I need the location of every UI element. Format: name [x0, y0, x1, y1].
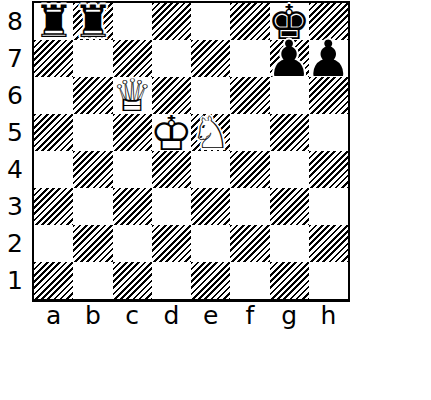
- file-label-g: g: [270, 302, 309, 328]
- square-e8: [191, 3, 230, 40]
- white-king: ♚♔: [152, 114, 191, 151]
- square-f4: [230, 151, 269, 188]
- file-label-c: c: [113, 302, 152, 328]
- square-e4: [191, 151, 230, 188]
- square-e5: ♞♘: [191, 114, 230, 151]
- square-h4: [309, 151, 348, 188]
- rank-label-6: 6: [0, 77, 30, 114]
- square-b3: [73, 188, 112, 225]
- black-pawn-glyph: ♟: [270, 40, 309, 77]
- file-label-f: f: [230, 302, 269, 328]
- square-a5: [34, 114, 73, 151]
- square-a6: [34, 77, 73, 114]
- square-a2: [34, 225, 73, 262]
- square-c6: ♛♕: [113, 77, 152, 114]
- square-b8: ♜: [73, 3, 112, 40]
- chess-board: ♜♜♚♟♟♛♕♚♔♞♘: [32, 1, 350, 302]
- square-g1: [270, 262, 309, 299]
- black-pawn: ♟: [309, 40, 348, 77]
- square-a7: [34, 40, 73, 77]
- square-h8: [309, 3, 348, 40]
- square-h7: ♟: [309, 40, 348, 77]
- file-label-d: d: [152, 302, 191, 328]
- square-f2: [230, 225, 269, 262]
- square-c3: [113, 188, 152, 225]
- square-b6: [73, 77, 112, 114]
- square-d4: [152, 151, 191, 188]
- square-d1: [152, 262, 191, 299]
- white-knight-glyph: ♞: [191, 114, 230, 151]
- file-label-a: a: [34, 302, 73, 328]
- file-label-h: h: [309, 302, 348, 328]
- rank-labels: 87654321: [0, 3, 30, 299]
- white-knight-glyph: ♘: [191, 114, 230, 151]
- square-d6: [152, 77, 191, 114]
- rank-label-2: 2: [0, 225, 30, 262]
- chess-diagram: ♜♜♚♟♟♛♕♚♔♞♘ 87654321 abcdefgh: [0, 0, 431, 400]
- square-d2: [152, 225, 191, 262]
- square-a4: [34, 151, 73, 188]
- square-c8: [113, 3, 152, 40]
- square-h1: [309, 262, 348, 299]
- square-a8: ♜: [34, 3, 73, 40]
- square-c1: [113, 262, 152, 299]
- square-c4: [113, 151, 152, 188]
- white-queen-glyph: ♛: [113, 77, 152, 114]
- square-a3: [34, 188, 73, 225]
- square-g3: [270, 188, 309, 225]
- square-e1: [191, 262, 230, 299]
- white-king-glyph: ♚: [152, 114, 191, 151]
- square-g8: ♚: [270, 3, 309, 40]
- rank-label-8: 8: [0, 3, 30, 40]
- rank-label-4: 4: [0, 151, 30, 188]
- black-pawn: ♟: [270, 40, 309, 77]
- square-g7: ♟: [270, 40, 309, 77]
- square-g6: [270, 77, 309, 114]
- square-e3: [191, 188, 230, 225]
- square-d3: [152, 188, 191, 225]
- square-c7: [113, 40, 152, 77]
- square-f6: [230, 77, 269, 114]
- square-g2: [270, 225, 309, 262]
- square-a1: [34, 262, 73, 299]
- square-b7: [73, 40, 112, 77]
- rank-label-5: 5: [0, 114, 30, 151]
- square-c2: [113, 225, 152, 262]
- rank-label-1: 1: [0, 262, 30, 299]
- black-pawn-glyph: ♟: [309, 40, 348, 77]
- square-f5: [230, 114, 269, 151]
- square-d8: [152, 3, 191, 40]
- black-king: ♚: [270, 3, 309, 40]
- square-d7: [152, 40, 191, 77]
- square-b5: [73, 114, 112, 151]
- square-d5: ♚♔: [152, 114, 191, 151]
- square-h5: [309, 114, 348, 151]
- black-king-glyph: ♚: [270, 3, 309, 40]
- black-rook: ♜: [73, 3, 112, 40]
- square-f3: [230, 188, 269, 225]
- square-h6: [309, 77, 348, 114]
- file-label-b: b: [73, 302, 112, 328]
- square-g4: [270, 151, 309, 188]
- white-king-glyph: ♔: [152, 114, 191, 151]
- rank-label-7: 7: [0, 40, 30, 77]
- square-e7: [191, 40, 230, 77]
- square-b4: [73, 151, 112, 188]
- square-h3: [309, 188, 348, 225]
- square-f1: [230, 262, 269, 299]
- file-label-e: e: [191, 302, 230, 328]
- black-rook-glyph: ♜: [73, 3, 112, 40]
- square-b2: [73, 225, 112, 262]
- black-rook: ♜: [34, 3, 73, 40]
- square-f7: [230, 40, 269, 77]
- white-knight: ♞♘: [191, 114, 230, 151]
- square-g5: [270, 114, 309, 151]
- file-labels: abcdefgh: [34, 302, 348, 328]
- white-queen: ♛♕: [113, 77, 152, 114]
- square-c5: [113, 114, 152, 151]
- rank-label-3: 3: [0, 188, 30, 225]
- square-e2: [191, 225, 230, 262]
- black-rook-glyph: ♜: [34, 3, 73, 40]
- square-b1: [73, 262, 112, 299]
- square-e6: [191, 77, 230, 114]
- white-queen-glyph: ♕: [113, 77, 152, 114]
- square-f8: [230, 3, 269, 40]
- square-h2: [309, 225, 348, 262]
